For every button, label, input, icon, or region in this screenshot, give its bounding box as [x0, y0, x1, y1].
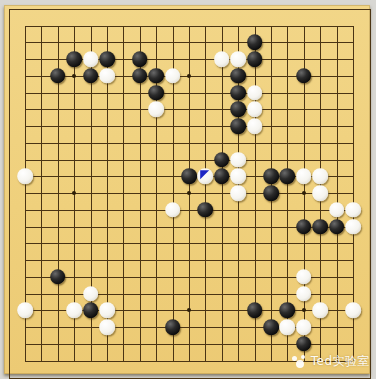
white-stone	[214, 51, 230, 67]
white-stone	[296, 286, 312, 302]
black-stone	[247, 34, 263, 50]
black-stone	[83, 302, 99, 318]
white-stone	[345, 219, 361, 235]
black-stone	[263, 168, 279, 184]
watermark: Ted实验室	[291, 353, 370, 370]
white-stone	[312, 168, 328, 184]
black-stone	[247, 302, 263, 318]
white-stone	[165, 202, 181, 218]
black-stone	[132, 68, 148, 84]
white-stone	[247, 118, 263, 134]
black-stone	[280, 168, 296, 184]
go-board[interactable]	[4, 5, 370, 374]
white-stone	[280, 319, 296, 335]
black-stone	[181, 168, 197, 184]
watermark-text: Ted实验室	[311, 353, 370, 370]
black-stone	[198, 202, 214, 218]
white-stone	[17, 168, 33, 184]
white-stone	[99, 302, 115, 318]
white-stone	[83, 286, 99, 302]
black-stone	[247, 51, 263, 67]
black-stone	[99, 51, 115, 67]
star-point	[187, 74, 191, 78]
white-stone	[296, 269, 312, 285]
white-stone	[83, 51, 99, 67]
grid-line	[337, 26, 338, 361]
black-stone	[83, 68, 99, 84]
black-stone	[148, 68, 164, 84]
watermark-logo-icon	[291, 355, 307, 368]
white-stone	[296, 319, 312, 335]
white-stone	[345, 202, 361, 218]
white-stone	[99, 68, 115, 84]
black-stone	[230, 118, 246, 134]
black-stone	[263, 185, 279, 201]
black-stone	[214, 168, 230, 184]
white-stone	[230, 185, 246, 201]
star-point	[187, 308, 191, 312]
black-stone	[230, 101, 246, 117]
white-stone	[296, 168, 312, 184]
black-stone	[165, 319, 181, 335]
black-stone	[148, 85, 164, 101]
star-point	[302, 308, 306, 312]
black-stone	[230, 68, 246, 84]
black-stone	[296, 68, 312, 84]
white-stone	[312, 185, 328, 201]
white-stone	[148, 101, 164, 117]
black-stone	[263, 319, 279, 335]
white-stone	[247, 85, 263, 101]
black-stone	[50, 68, 66, 84]
black-stone	[66, 51, 82, 67]
star-point	[302, 191, 306, 195]
white-stone	[99, 319, 115, 335]
white-stone	[230, 152, 246, 168]
white-stone	[198, 168, 214, 184]
black-stone	[296, 219, 312, 235]
black-stone	[50, 269, 66, 285]
white-stone	[17, 302, 33, 318]
black-stone	[230, 85, 246, 101]
white-stone	[230, 168, 246, 184]
black-stone	[132, 51, 148, 67]
star-point	[187, 191, 191, 195]
white-stone	[230, 51, 246, 67]
white-stone	[165, 68, 181, 84]
go-diagram: Ted实验室	[0, 0, 376, 379]
black-stone	[280, 302, 296, 318]
white-stone	[329, 202, 345, 218]
black-stone	[296, 336, 312, 352]
black-stone	[312, 219, 328, 235]
star-point	[72, 191, 76, 195]
star-point	[72, 74, 76, 78]
white-stone	[345, 302, 361, 318]
white-stone	[247, 101, 263, 117]
black-stone	[214, 152, 230, 168]
last-move-triangle-marker	[201, 170, 210, 179]
white-stone	[312, 302, 328, 318]
white-stone	[66, 302, 82, 318]
black-stone	[329, 219, 345, 235]
